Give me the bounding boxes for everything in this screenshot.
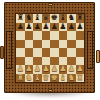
- square-b7[interactable]: ♟: [25, 23, 34, 32]
- square-h6[interactable]: [76, 31, 85, 40]
- square-c6[interactable]: [33, 31, 42, 40]
- piece-black-pawn[interactable]: ♟: [16, 23, 25, 32]
- square-e1[interactable]: ♚: [50, 74, 59, 83]
- piece-black-pawn[interactable]: ♟: [59, 23, 68, 32]
- piece-white-knight[interactable]: ♞: [67, 74, 76, 83]
- left-edge-carving: [6, 31, 12, 69]
- chess-box: ♜♞♝♛♚♝♞♜♟♟♟♟♟♟♟♟♟♟♟♟♟♟♟♟♜♞♝♛♚♝♞♜: [4, 2, 95, 93]
- square-c7[interactable]: ♟: [33, 23, 42, 32]
- square-g7[interactable]: ♟: [67, 23, 76, 32]
- square-h1[interactable]: ♜: [76, 74, 85, 83]
- square-a4[interactable]: [16, 48, 25, 57]
- chess-board: ♜♞♝♛♚♝♞♜♟♟♟♟♟♟♟♟♟♟♟♟♟♟♟♟♜♞♝♛♚♝♞♜: [16, 14, 84, 82]
- square-e7[interactable]: ♟: [50, 23, 59, 32]
- square-d6[interactable]: [42, 31, 51, 40]
- square-d4[interactable]: [42, 48, 51, 57]
- latch-tab-left[interactable]: [0, 46, 4, 59]
- square-g1[interactable]: ♞: [67, 74, 76, 83]
- piece-black-pawn[interactable]: ♟: [50, 23, 59, 32]
- square-g6[interactable]: [67, 31, 76, 40]
- square-a5[interactable]: [16, 40, 25, 49]
- square-e6[interactable]: [50, 31, 59, 40]
- square-b4[interactable]: [25, 48, 34, 57]
- square-h4[interactable]: [76, 48, 85, 57]
- square-h5[interactable]: [76, 40, 85, 49]
- square-f1[interactable]: ♝: [59, 74, 68, 83]
- piece-white-bishop[interactable]: ♝: [59, 74, 68, 83]
- photo-scene: ♜♞♝♛♚♝♞♜♟♟♟♟♟♟♟♟♟♟♟♟♟♟♟♟♜♞♝♛♚♝♞♜: [0, 0, 100, 100]
- square-f5[interactable]: [59, 40, 68, 49]
- square-d5[interactable]: [42, 40, 51, 49]
- piece-white-bishop[interactable]: ♝: [33, 74, 42, 83]
- square-g5[interactable]: [67, 40, 76, 49]
- square-c4[interactable]: [33, 48, 42, 57]
- square-h7[interactable]: ♟: [76, 23, 85, 32]
- piece-black-pawn[interactable]: ♟: [76, 23, 85, 32]
- square-e4[interactable]: [50, 48, 59, 57]
- piece-black-pawn[interactable]: ♟: [33, 23, 42, 32]
- square-b5[interactable]: [25, 40, 34, 49]
- square-d7[interactable]: ♟: [42, 23, 51, 32]
- square-g4[interactable]: [67, 48, 76, 57]
- piece-black-pawn[interactable]: ♟: [67, 23, 76, 32]
- square-c5[interactable]: [33, 40, 42, 49]
- clasp-top: [48, 3, 53, 6]
- piece-black-pawn[interactable]: ♟: [42, 23, 51, 32]
- square-b6[interactable]: [25, 31, 34, 40]
- square-a1[interactable]: ♜: [16, 74, 25, 83]
- square-b1[interactable]: ♞: [25, 74, 34, 83]
- square-e5[interactable]: [50, 40, 59, 49]
- clasp-bottom: [48, 89, 53, 92]
- square-a7[interactable]: ♟: [16, 23, 25, 32]
- right-edge-carving: [87, 31, 93, 69]
- square-f4[interactable]: [59, 48, 68, 57]
- latch-tab-right[interactable]: [96, 50, 100, 63]
- square-f7[interactable]: ♟: [59, 23, 68, 32]
- piece-white-rook[interactable]: ♜: [76, 74, 85, 83]
- piece-white-king[interactable]: ♚: [50, 74, 59, 83]
- piece-white-rook[interactable]: ♜: [16, 74, 25, 83]
- piece-black-pawn[interactable]: ♟: [25, 23, 34, 32]
- piece-white-queen[interactable]: ♛: [42, 74, 51, 83]
- square-d1[interactable]: ♛: [42, 74, 51, 83]
- square-f6[interactable]: [59, 31, 68, 40]
- square-a6[interactable]: [16, 31, 25, 40]
- piece-white-knight[interactable]: ♞: [25, 74, 34, 83]
- square-c1[interactable]: ♝: [33, 74, 42, 83]
